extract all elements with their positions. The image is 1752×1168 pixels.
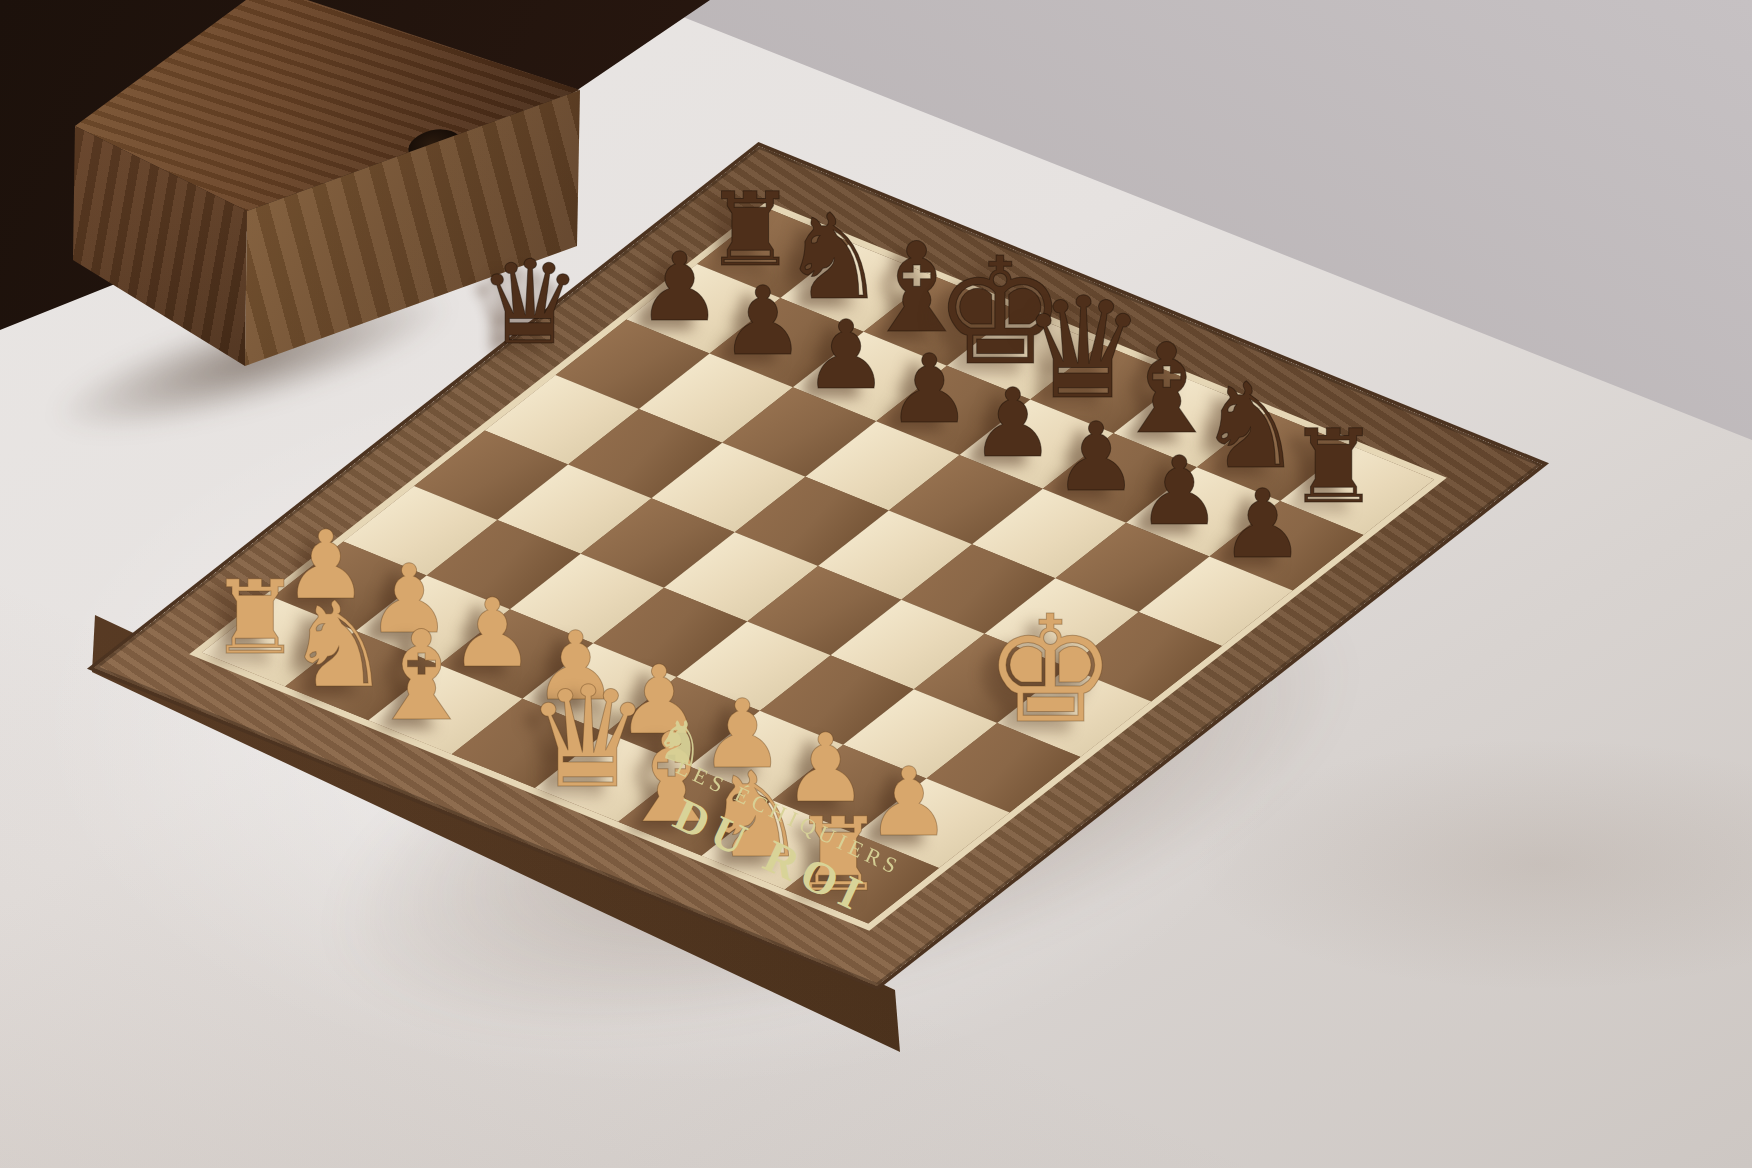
piece-bR-h8: ♜ (671, 112, 829, 272)
scene: ♜♞♝♚♛♝♞♜♟♟♟♟♟♟♟♟♚♟♟♟♟♟♟♟♟♜♞♝♛♝♞♜ ♞ LES É… (0, 0, 1752, 1168)
spare-black-queen: ♛ (468, 126, 592, 350)
